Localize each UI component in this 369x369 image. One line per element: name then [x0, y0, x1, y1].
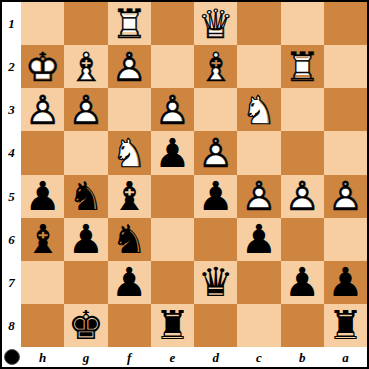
square-g2[interactable]: ♝♗: [64, 45, 107, 88]
white-knight-fill: ♞: [108, 131, 151, 174]
black-pawn: ♟: [64, 218, 107, 261]
white-pawn: ♙: [194, 131, 237, 174]
square-e5[interactable]: [151, 175, 194, 218]
white-knight: ♘: [108, 131, 151, 174]
white-rook: ♖: [281, 45, 324, 88]
file-label-h: h: [21, 347, 64, 367]
black-knight: ♞: [64, 175, 107, 218]
square-h7[interactable]: [21, 261, 64, 304]
white-pawn-fill: ♟: [151, 88, 194, 131]
black-king: ♚: [64, 304, 107, 347]
white-bishop: ♗: [64, 45, 107, 88]
square-b2[interactable]: ♜♖: [281, 45, 324, 88]
file-label-a: a: [324, 347, 367, 367]
square-h6[interactable]: ♝: [21, 218, 64, 261]
square-h2[interactable]: ♚♔: [21, 45, 64, 88]
white-pawn-fill: ♟: [281, 175, 324, 218]
square-d3[interactable]: [194, 88, 237, 131]
square-h3[interactable]: ♟♙: [21, 88, 64, 131]
square-d6[interactable]: [194, 218, 237, 261]
square-f5[interactable]: ♝: [108, 175, 151, 218]
square-e6[interactable]: [151, 218, 194, 261]
black-bishop: ♝: [21, 218, 64, 261]
black-pawn: ♟: [237, 218, 280, 261]
square-a8[interactable]: ♜: [324, 304, 367, 347]
black-rook: ♜: [151, 304, 194, 347]
rank-label-2: 2: [2, 45, 21, 88]
file-label-f: f: [108, 347, 151, 367]
white-knight: ♘: [237, 88, 280, 131]
black-queen: ♛: [194, 261, 237, 304]
white-pawn-fill: ♟: [21, 88, 64, 131]
square-d8[interactable]: [194, 304, 237, 347]
square-a4[interactable]: [324, 131, 367, 174]
chess-board: 1♜♖♛♕2♚♔♝♗♟♙♝♗♜♖3♟♙♟♙♟♙♞♘4♞♘♟♟♙5♟♞♝♟♟♙♟♙…: [2, 2, 367, 367]
black-pawn: ♟: [324, 261, 367, 304]
white-bishop: ♗: [194, 45, 237, 88]
white-pawn: ♙: [64, 88, 107, 131]
white-bishop-fill: ♝: [64, 45, 107, 88]
white-rook: ♖: [108, 2, 151, 45]
square-a7[interactable]: ♟: [324, 261, 367, 304]
square-f7[interactable]: ♟: [108, 261, 151, 304]
square-e4[interactable]: ♟: [151, 131, 194, 174]
square-g1[interactable]: [64, 2, 107, 45]
white-rook-fill: ♜: [108, 2, 151, 45]
white-king-fill: ♚: [21, 45, 64, 88]
square-c2[interactable]: [237, 45, 280, 88]
square-d4[interactable]: ♟♙: [194, 131, 237, 174]
white-queen-fill: ♛: [194, 2, 237, 45]
black-pawn: ♟: [151, 131, 194, 174]
black-pawn: ♟: [21, 175, 64, 218]
black-to-move-dot: [4, 349, 20, 365]
square-b7[interactable]: ♟: [281, 261, 324, 304]
file-label-c: c: [237, 347, 280, 367]
square-c3[interactable]: ♞♘: [237, 88, 280, 131]
square-b8[interactable]: [281, 304, 324, 347]
black-pawn: ♟: [194, 175, 237, 218]
white-pawn: ♙: [151, 88, 194, 131]
square-e8[interactable]: ♜: [151, 304, 194, 347]
square-d2[interactable]: ♝♗: [194, 45, 237, 88]
rank-label-4: 4: [2, 131, 21, 174]
square-a6[interactable]: [324, 218, 367, 261]
file-label-g: g: [64, 347, 107, 367]
white-pawn-fill: ♟: [237, 175, 280, 218]
square-e2[interactable]: [151, 45, 194, 88]
square-c8[interactable]: [237, 304, 280, 347]
square-g5[interactable]: ♞: [64, 175, 107, 218]
square-a2[interactable]: [324, 45, 367, 88]
square-f1[interactable]: ♜♖: [108, 2, 151, 45]
square-g8[interactable]: ♚: [64, 304, 107, 347]
square-b1[interactable]: [281, 2, 324, 45]
square-h5[interactable]: ♟: [21, 175, 64, 218]
square-c6[interactable]: ♟: [237, 218, 280, 261]
file-label-e: e: [151, 347, 194, 367]
square-e7[interactable]: [151, 261, 194, 304]
rank-label-6: 6: [2, 218, 21, 261]
black-knight: ♞: [108, 218, 151, 261]
square-c4[interactable]: [237, 131, 280, 174]
white-pawn-fill: ♟: [194, 131, 237, 174]
square-c5[interactable]: ♟♙: [237, 175, 280, 218]
square-g4[interactable]: [64, 131, 107, 174]
white-pawn-fill: ♟: [64, 88, 107, 131]
white-rook-fill: ♜: [281, 45, 324, 88]
square-c7[interactable]: [237, 261, 280, 304]
white-bishop-fill: ♝: [194, 45, 237, 88]
square-f8[interactable]: [108, 304, 151, 347]
white-king: ♔: [21, 45, 64, 88]
square-a3[interactable]: [324, 88, 367, 131]
file-label-d: d: [194, 347, 237, 367]
rank-label-8: 8: [2, 304, 21, 347]
black-pawn: ♟: [281, 261, 324, 304]
white-knight-fill: ♞: [237, 88, 280, 131]
rank-label-7: 7: [2, 261, 21, 304]
square-d5[interactable]: ♟: [194, 175, 237, 218]
white-pawn-fill: ♟: [108, 45, 151, 88]
file-label-b: b: [281, 347, 324, 367]
square-h8[interactable]: [21, 304, 64, 347]
square-g6[interactable]: ♟: [64, 218, 107, 261]
square-b4[interactable]: [281, 131, 324, 174]
square-a1[interactable]: [324, 2, 367, 45]
square-f6[interactable]: ♞: [108, 218, 151, 261]
black-bishop: ♝: [108, 175, 151, 218]
white-queen: ♕: [194, 2, 237, 45]
white-pawn-fill: ♟: [324, 175, 367, 218]
square-g7[interactable]: [64, 261, 107, 304]
square-f2[interactable]: ♟♙: [108, 45, 151, 88]
square-h1[interactable]: [21, 2, 64, 45]
side-to-move-indicator: [2, 347, 21, 367]
square-b5[interactable]: ♟♙: [281, 175, 324, 218]
square-b3[interactable]: [281, 88, 324, 131]
white-pawn: ♙: [324, 175, 367, 218]
square-c1[interactable]: [237, 2, 280, 45]
white-pawn: ♙: [281, 175, 324, 218]
square-g3[interactable]: ♟♙: [64, 88, 107, 131]
square-d7[interactable]: ♛: [194, 261, 237, 304]
black-rook: ♜: [324, 304, 367, 347]
white-pawn: ♙: [21, 88, 64, 131]
white-pawn: ♙: [237, 175, 280, 218]
square-a5[interactable]: ♟♙: [324, 175, 367, 218]
chess-diagram: 1♜♖♛♕2♚♔♝♗♟♙♝♗♜♖3♟♙♟♙♟♙♞♘4♞♘♟♟♙5♟♞♝♟♟♙♟♙…: [0, 0, 369, 369]
square-b6[interactable]: [281, 218, 324, 261]
square-e3[interactable]: ♟♙: [151, 88, 194, 131]
square-h4[interactable]: [21, 131, 64, 174]
square-f3[interactable]: [108, 88, 151, 131]
rank-label-1: 1: [2, 2, 21, 45]
square-d1[interactable]: ♛♕: [194, 2, 237, 45]
white-pawn: ♙: [108, 45, 151, 88]
square-f4[interactable]: ♞♘: [108, 131, 151, 174]
rank-label-3: 3: [2, 88, 21, 131]
black-pawn: ♟: [108, 261, 151, 304]
rank-label-5: 5: [2, 175, 21, 218]
square-e1[interactable]: [151, 2, 194, 45]
